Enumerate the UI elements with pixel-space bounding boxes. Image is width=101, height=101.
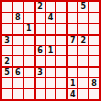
cell-r5c5-given-1: 1: [46, 46, 56, 56]
cell-r2c1-empty[interactable]: [2, 13, 12, 23]
cell-r9c5-empty[interactable]: [46, 89, 56, 99]
cell-r8c3-empty[interactable]: [24, 78, 34, 88]
cell-r2c4-empty[interactable]: [35, 13, 45, 23]
cell-r1c8-given-5: 5: [78, 2, 88, 12]
cell-r7c3-empty[interactable]: [24, 67, 34, 77]
cell-r5c7-empty[interactable]: [67, 46, 77, 56]
cell-r2c5-given-4: 4: [46, 13, 56, 23]
cell-r6c6-empty[interactable]: [56, 56, 66, 66]
cell-r2c2-given-8: 8: [13, 13, 23, 23]
cell-r6c5-empty[interactable]: [46, 56, 56, 66]
cell-r2c3-empty[interactable]: [24, 13, 34, 23]
cell-r3c8-empty[interactable]: [78, 24, 88, 34]
cell-r8c8-empty[interactable]: [78, 78, 88, 88]
cell-r4c2-empty[interactable]: [13, 35, 23, 45]
cell-r6c7-empty[interactable]: [67, 56, 77, 66]
cell-r6c8-empty[interactable]: [78, 56, 88, 66]
cell-r8c2-empty[interactable]: [13, 78, 23, 88]
cell-r1c9-empty[interactable]: [89, 2, 99, 12]
cell-r4c5-empty[interactable]: [46, 35, 56, 45]
cell-r1c1-empty[interactable]: [2, 2, 12, 12]
cell-r9c1-empty[interactable]: [2, 89, 12, 99]
cell-r9c4-empty[interactable]: [35, 89, 45, 99]
cell-r1c7-empty[interactable]: [67, 2, 77, 12]
cell-r7c2-given-6: 6: [13, 67, 23, 77]
cell-r7c4-given-3: 3: [35, 67, 45, 77]
cell-r4c1-given-3: 3: [2, 35, 12, 45]
cell-r6c9-empty[interactable]: [89, 56, 99, 66]
cell-r7c9-empty[interactable]: [89, 67, 99, 77]
cell-r5c2-empty[interactable]: [13, 46, 23, 56]
cell-r9c3-empty[interactable]: [24, 89, 34, 99]
cell-r4c6-empty[interactable]: [56, 35, 66, 45]
cell-r9c6-empty[interactable]: [56, 89, 66, 99]
cell-r5c4-given-6: 6: [35, 46, 45, 56]
cell-r3c2-empty[interactable]: [13, 24, 23, 34]
cell-r7c1-given-5: 5: [2, 67, 12, 77]
cell-r1c5-empty[interactable]: [46, 2, 56, 12]
cell-r2c7-empty[interactable]: [67, 13, 77, 23]
cell-r1c4-given-2: 2: [35, 2, 45, 12]
cell-r3c7-empty[interactable]: [67, 24, 77, 34]
cell-r9c2-empty[interactable]: [13, 89, 23, 99]
cell-r5c9-empty[interactable]: [89, 46, 99, 56]
cell-r1c3-empty[interactable]: [24, 2, 34, 12]
cell-r8c5-empty[interactable]: [46, 78, 56, 88]
cell-r7c5-empty[interactable]: [46, 67, 56, 77]
cell-r7c6-empty[interactable]: [56, 67, 66, 77]
cell-r6c3-empty[interactable]: [24, 56, 34, 66]
cell-r2c9-empty[interactable]: [89, 13, 99, 23]
cell-r9c9-empty[interactable]: [89, 89, 99, 99]
cell-r4c8-given-2: 2: [78, 35, 88, 45]
cell-r8c1-empty[interactable]: [2, 78, 12, 88]
cell-r4c9-empty[interactable]: [89, 35, 99, 45]
cell-r3c6-empty[interactable]: [56, 24, 66, 34]
sudoku-board: 25841372612563184: [0, 0, 101, 101]
cell-r3c9-empty[interactable]: [89, 24, 99, 34]
cell-r1c6-empty[interactable]: [56, 2, 66, 12]
cell-r5c8-empty[interactable]: [78, 46, 88, 56]
cell-r3c1-empty[interactable]: [2, 24, 12, 34]
cell-r8c6-empty[interactable]: [56, 78, 66, 88]
cell-r6c2-empty[interactable]: [13, 56, 23, 66]
cell-r2c8-empty[interactable]: [78, 13, 88, 23]
cell-r5c3-empty[interactable]: [24, 46, 34, 56]
cell-r9c7-given-4: 4: [67, 89, 77, 99]
cell-r3c3-given-1: 1: [24, 24, 34, 34]
cell-r2c6-empty[interactable]: [56, 13, 66, 23]
cell-r5c6-empty[interactable]: [56, 46, 66, 56]
cell-r5c1-empty[interactable]: [2, 46, 12, 56]
cell-r8c9-given-8: 8: [89, 78, 99, 88]
cell-r4c7-given-7: 7: [67, 35, 77, 45]
cell-r8c4-empty[interactable]: [35, 78, 45, 88]
cell-r1c2-empty[interactable]: [13, 2, 23, 12]
cell-r3c5-empty[interactable]: [46, 24, 56, 34]
cell-r4c3-empty[interactable]: [24, 35, 34, 45]
cell-r7c8-empty[interactable]: [78, 67, 88, 77]
cell-r6c4-empty[interactable]: [35, 56, 45, 66]
cell-r8c7-given-1: 1: [67, 78, 77, 88]
cell-r6c1-given-2: 2: [2, 56, 12, 66]
cell-r3c4-empty[interactable]: [35, 24, 45, 34]
cell-r9c8-empty[interactable]: [78, 89, 88, 99]
cell-r7c7-empty[interactable]: [67, 67, 77, 77]
cell-r4c4-empty[interactable]: [35, 35, 45, 45]
